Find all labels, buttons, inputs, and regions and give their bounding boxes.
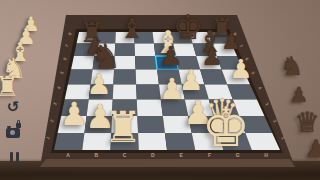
piece-white-rook-c1[interactable]: ♜ (104, 106, 143, 149)
square-e1[interactable] (165, 133, 195, 150)
file-label-h: H (264, 152, 268, 158)
captured-white-rook-4: ♜ (0, 73, 20, 101)
file-label-b: B (94, 152, 98, 158)
piece-black-pawn-h7[interactable]: ♟ (221, 31, 241, 53)
piece-white-pawn-h5[interactable]: ♟ (229, 56, 252, 82)
pause-bar (16, 152, 19, 163)
file-label-a: A (66, 152, 70, 158)
captured-black-pawn-1: ♟ (290, 85, 309, 106)
piece-black-bishop-c8[interactable]: ♝ (119, 15, 144, 43)
file-label-c: C (123, 152, 127, 158)
file-label-e: E (180, 152, 183, 158)
square-d5[interactable] (136, 70, 159, 85)
square-d7[interactable] (135, 44, 156, 57)
square-c4[interactable] (113, 85, 137, 100)
piece-white-king-g1[interactable]: ♚ (202, 101, 250, 155)
piece-white-pawn-b4[interactable]: ♟ (86, 71, 111, 99)
pause-button[interactable] (9, 152, 21, 164)
square-a1[interactable] (54, 133, 84, 150)
board-rim-front (40, 159, 295, 167)
camera-lock-button[interactable] (6, 128, 20, 138)
captured-black-pawn-3: ♟ (305, 137, 320, 161)
pause-bar (10, 152, 13, 163)
piece-white-pawn-a2[interactable]: ♟ (60, 98, 89, 130)
captured-black-knight-0: ♞ (280, 53, 303, 79)
file-label-d: D (151, 152, 155, 158)
chess-app-screen: ABCDEFGH1122334455667788 ♜♝♚♜♟♝♝♟♟♟♞♟♟♟♟… (0, 0, 320, 180)
undo-button[interactable]: ↺ (4, 98, 22, 116)
lock-icon (16, 123, 21, 128)
piece-black-pawn-g6[interactable]: ♟ (201, 45, 223, 69)
piece-white-pawn-e4[interactable]: ♟ (159, 75, 185, 104)
captured-black-queen-2: ♛ (294, 109, 319, 137)
square-d4[interactable] (136, 85, 161, 100)
